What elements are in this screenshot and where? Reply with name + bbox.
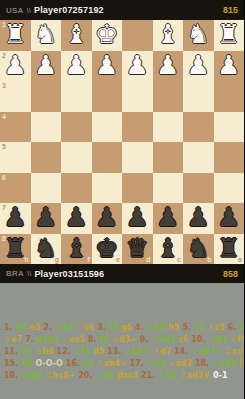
move-number: 18.: [195, 358, 209, 370]
rank-label: 3: [2, 82, 6, 89]
white-pawn[interactable]: ♟: [4, 51, 27, 79]
white-pawn[interactable]: ♟: [95, 51, 118, 79]
white-pawn[interactable]: ♟: [217, 51, 240, 79]
square-c5[interactable]: [153, 142, 184, 173]
move-token[interactable]: ♘xe5: [62, 334, 85, 346]
move-token[interactable]: c6: [178, 334, 188, 346]
square-c2[interactable]: ♟: [153, 51, 184, 82]
bottom-player-country: BRA: [6, 269, 24, 278]
square-g8[interactable]: g♞: [31, 234, 62, 265]
square-f5[interactable]: [61, 142, 92, 173]
square-b7[interactable]: ♟: [183, 203, 214, 234]
chess-app: USA \\ Player07257192 815 1♜♞♝♚♝♞♜2♟♟♟♟♟…: [0, 0, 244, 399]
move-token[interactable]: c4: [83, 358, 93, 370]
black-pawn[interactable]: ♟: [34, 203, 57, 231]
rank-label: 6: [2, 174, 6, 181]
square-c7[interactable]: ♟: [153, 203, 184, 234]
square-d2[interactable]: ♟: [122, 51, 153, 82]
square-d3[interactable]: [122, 81, 153, 112]
chess-board[interactable]: 1♜♞♝♚♝♞♜2♟♟♟♟♟♟♟♟34567♟♟♟♟♟♟♟♟8h♜g♞f♝e♚d…: [0, 20, 244, 264]
square-e4[interactable]: [92, 112, 123, 143]
move-token[interactable]: g6: [121, 322, 132, 334]
top-player-country: USA: [6, 6, 24, 15]
move-token[interactable]: f6: [239, 358, 244, 370]
move-list: 1.e4e52.♕h5♘c63.f3g64.♕h4h55.c3♗c56.d4♗e…: [0, 283, 244, 399]
white-bishop[interactable]: ♝: [156, 20, 179, 48]
move-number: 17.: [130, 358, 144, 370]
black-pawn[interactable]: ♟: [65, 203, 88, 231]
white-pawn[interactable]: ♟: [156, 51, 179, 79]
square-c8[interactable]: c♝: [153, 234, 184, 265]
white-pawn[interactable]: ♟: [65, 51, 88, 79]
square-f4[interactable]: [61, 112, 92, 143]
square-h7[interactable]: 7♟: [0, 203, 31, 234]
square-h8[interactable]: 8h♜: [0, 234, 31, 265]
move-token[interactable]: ♕h4: [35, 346, 53, 358]
move-list-line: 15.b4O-O-O16.c4♗xb4+17.♔d2♕xd218.♕xd3f6: [4, 358, 240, 370]
move-number: 14.: [174, 346, 188, 358]
move-token[interactable]: ♕d3+: [112, 334, 137, 346]
move-token[interactable]: h5: [168, 322, 179, 334]
square-c6[interactable]: [153, 173, 184, 204]
square-d1[interactable]: [122, 20, 153, 51]
square-b1[interactable]: ♞: [183, 20, 214, 51]
move-list-line: ♗e77.dxe5♘xe58.f4♕d3+9.♗xd3c610.♖d1♕f6: [4, 334, 240, 346]
square-a5[interactable]: [214, 142, 245, 173]
move-token[interactable]: ♖xd2#: [180, 370, 210, 382]
white-knight[interactable]: ♞: [34, 20, 57, 48]
move-token[interactable]: O-O-O: [35, 358, 62, 370]
move-token[interactable]: ♗c5: [207, 322, 224, 334]
white-knight[interactable]: ♞: [187, 20, 210, 48]
move-number: 5.: [182, 322, 191, 334]
move-token[interactable]: ♗xb4+: [96, 358, 126, 370]
white-pawn[interactable]: ♟: [34, 51, 57, 79]
move-token[interactable]: b4: [21, 358, 32, 370]
square-g1[interactable]: ♞: [31, 20, 62, 51]
move-token[interactable]: f4: [100, 334, 109, 346]
move-number: 6.: [228, 322, 237, 334]
move-token[interactable]: ♘c6: [77, 322, 94, 334]
move-token[interactable]: d5: [93, 346, 104, 358]
move-number: 4.: [135, 322, 144, 334]
square-a7[interactable]: ♟: [214, 203, 245, 234]
square-b5[interactable]: [183, 142, 214, 173]
bottom-player-bar: BRA \\ Player03151596 858: [0, 264, 244, 283]
black-pawn[interactable]: ♟: [4, 203, 27, 231]
square-h3[interactable]: 3: [0, 81, 31, 112]
bottom-player-name[interactable]: Player03151596: [34, 269, 104, 279]
move-number: 19.: [4, 370, 18, 382]
white-king[interactable]: ♚: [95, 20, 118, 48]
square-f3[interactable]: [61, 81, 92, 112]
move-token[interactable]: ♕f6: [230, 334, 244, 346]
move-token[interactable]: ♗xd3: [151, 334, 175, 346]
square-b8[interactable]: b♞: [183, 234, 214, 265]
move-number: 20.: [78, 370, 92, 382]
move-token[interactable]: ♕xd3: [212, 358, 236, 370]
square-g4[interactable]: [31, 112, 62, 143]
square-e7[interactable]: ♟: [92, 203, 123, 234]
move-list-line: 1.e4e52.♕h5♘c63.f3g64.♕h4h55.c3♗c56.d4: [4, 322, 240, 334]
black-pawn[interactable]: ♟: [217, 203, 240, 231]
move-number: 16.: [66, 358, 80, 370]
square-a2[interactable]: ♟: [214, 51, 245, 82]
white-bishop[interactable]: ♝: [65, 20, 88, 48]
bottom-player-rating: 858: [223, 269, 238, 279]
square-h2[interactable]: 2♟: [0, 51, 31, 82]
square-e6[interactable]: [92, 173, 123, 204]
black-bishop[interactable]: ♝: [156, 234, 179, 262]
square-d7[interactable]: ♟: [122, 203, 153, 234]
white-pawn[interactable]: ♟: [126, 51, 149, 79]
square-h1[interactable]: 1♜: [0, 20, 31, 51]
black-knight[interactable]: ♞: [34, 234, 57, 262]
square-f1[interactable]: ♝: [61, 20, 92, 51]
move-number: 7.: [25, 334, 34, 346]
black-pawn[interactable]: ♟: [156, 203, 179, 231]
square-g2[interactable]: ♟: [31, 51, 62, 82]
square-e1[interactable]: ♚: [92, 20, 123, 51]
game-result[interactable]: 0-1: [213, 370, 227, 382]
move-token[interactable]: ♗b5+: [124, 346, 149, 358]
black-pawn[interactable]: ♟: [187, 203, 210, 231]
square-b3[interactable]: [183, 81, 214, 112]
move-number: 8.: [88, 334, 97, 346]
top-player-separator: \\: [27, 6, 31, 15]
rank-label: 4: [2, 113, 6, 120]
square-d5[interactable]: [122, 142, 153, 173]
move-token[interactable]: ♕h5: [55, 322, 73, 334]
move-number: 2.: [44, 322, 53, 334]
top-player-name[interactable]: Player07257192: [34, 5, 104, 15]
square-g5[interactable]: [31, 142, 62, 173]
square-f7[interactable]: ♟: [61, 203, 92, 234]
black-pawn[interactable]: ♟: [95, 203, 118, 231]
square-c3[interactable]: [153, 81, 184, 112]
black-queen[interactable]: ♛: [126, 234, 149, 262]
move-token[interactable]: cxd5: [21, 370, 42, 382]
move-list-line: 19.cxd5♖hc8+20.♕d3dxc421.♖b1♖xd2#0-1: [4, 370, 240, 382]
square-e3[interactable]: [92, 81, 123, 112]
square-g3[interactable]: [31, 81, 62, 112]
square-b6[interactable]: [183, 173, 214, 204]
black-rook[interactable]: ♜: [217, 234, 240, 262]
move-token[interactable]: ♕d3: [95, 370, 113, 382]
move-number: 13.: [107, 346, 121, 358]
move-number: 11.: [4, 346, 18, 358]
move-token[interactable]: c3: [194, 322, 204, 334]
square-h5[interactable]: 5: [0, 142, 31, 173]
move-number: 12.: [57, 346, 71, 358]
top-player-rating: 815: [223, 5, 238, 15]
rank-label: 5: [2, 143, 6, 150]
move-token[interactable]: ♗e7: [4, 334, 22, 346]
move-token[interactable]: ♖xd7: [225, 346, 244, 358]
black-knight[interactable]: ♞: [187, 234, 210, 262]
move-token[interactable]: ♗f1: [74, 346, 90, 358]
move-token[interactable]: ♕xd2: [168, 358, 192, 370]
square-h4[interactable]: 4: [0, 112, 31, 143]
square-a1[interactable]: ♜: [214, 20, 245, 51]
move-token[interactable]: d4: [239, 322, 244, 334]
black-rook[interactable]: ♜: [4, 234, 27, 262]
square-e8[interactable]: e♚: [92, 234, 123, 265]
bottom-player-separator: \\: [27, 269, 31, 278]
square-f6[interactable]: [61, 173, 92, 204]
square-c4[interactable]: [153, 112, 184, 143]
move-token[interactable]: ♖b1: [158, 370, 176, 382]
square-h6[interactable]: 6: [0, 173, 31, 204]
move-token[interactable]: ♗xd7+: [191, 346, 221, 358]
move-number: 9.: [140, 334, 149, 346]
move-number: 10.: [191, 334, 205, 346]
white-rook[interactable]: ♜: [217, 20, 240, 48]
black-pawn[interactable]: ♟: [126, 203, 149, 231]
square-a8[interactable]: a♜: [214, 234, 245, 265]
square-a3[interactable]: [214, 81, 245, 112]
square-d6[interactable]: [122, 173, 153, 204]
square-d4[interactable]: [122, 112, 153, 143]
square-d8[interactable]: d♛: [122, 234, 153, 265]
move-token[interactable]: ♕h4: [147, 322, 165, 334]
move-number: 15.: [4, 358, 18, 370]
square-c1[interactable]: ♝: [153, 20, 184, 51]
square-g6[interactable]: [31, 173, 62, 204]
square-f2[interactable]: ♟: [61, 51, 92, 82]
square-a4[interactable]: [214, 112, 245, 143]
square-e2[interactable]: ♟: [92, 51, 123, 82]
square-f8[interactable]: f♝: [61, 234, 92, 265]
square-b2[interactable]: ♟: [183, 51, 214, 82]
move-number: 1.: [4, 322, 13, 334]
black-bishop[interactable]: ♝: [65, 234, 88, 262]
move-token[interactable]: e5: [30, 322, 41, 334]
move-token[interactable]: ♔d2: [147, 358, 165, 370]
move-number: 21.: [141, 370, 155, 382]
move-token[interactable]: ♖hc8+: [45, 370, 75, 382]
move-token[interactable]: dxe5: [37, 334, 59, 346]
move-token[interactable]: ♖d1: [209, 334, 227, 346]
white-rook[interactable]: ♜: [4, 20, 27, 48]
white-pawn[interactable]: ♟: [187, 51, 210, 79]
move-token[interactable]: e5: [21, 346, 32, 358]
move-number: 3.: [97, 322, 106, 334]
black-king[interactable]: ♚: [95, 234, 118, 262]
top-player-bar: USA \\ Player07257192 815: [0, 0, 244, 20]
move-token[interactable]: e4: [16, 322, 27, 334]
square-g7[interactable]: ♟: [31, 203, 62, 234]
square-b4[interactable]: [183, 112, 214, 143]
square-a6[interactable]: [214, 173, 245, 204]
move-token[interactable]: dxc4: [117, 370, 138, 382]
move-list-line: 11.e5♕h412.♗f1d513.♗b5+♗d714.♗xd7+♖xd7: [4, 346, 240, 358]
move-token[interactable]: f3: [109, 322, 118, 334]
move-token[interactable]: ♗d7: [153, 346, 171, 358]
square-e5[interactable]: [92, 142, 123, 173]
